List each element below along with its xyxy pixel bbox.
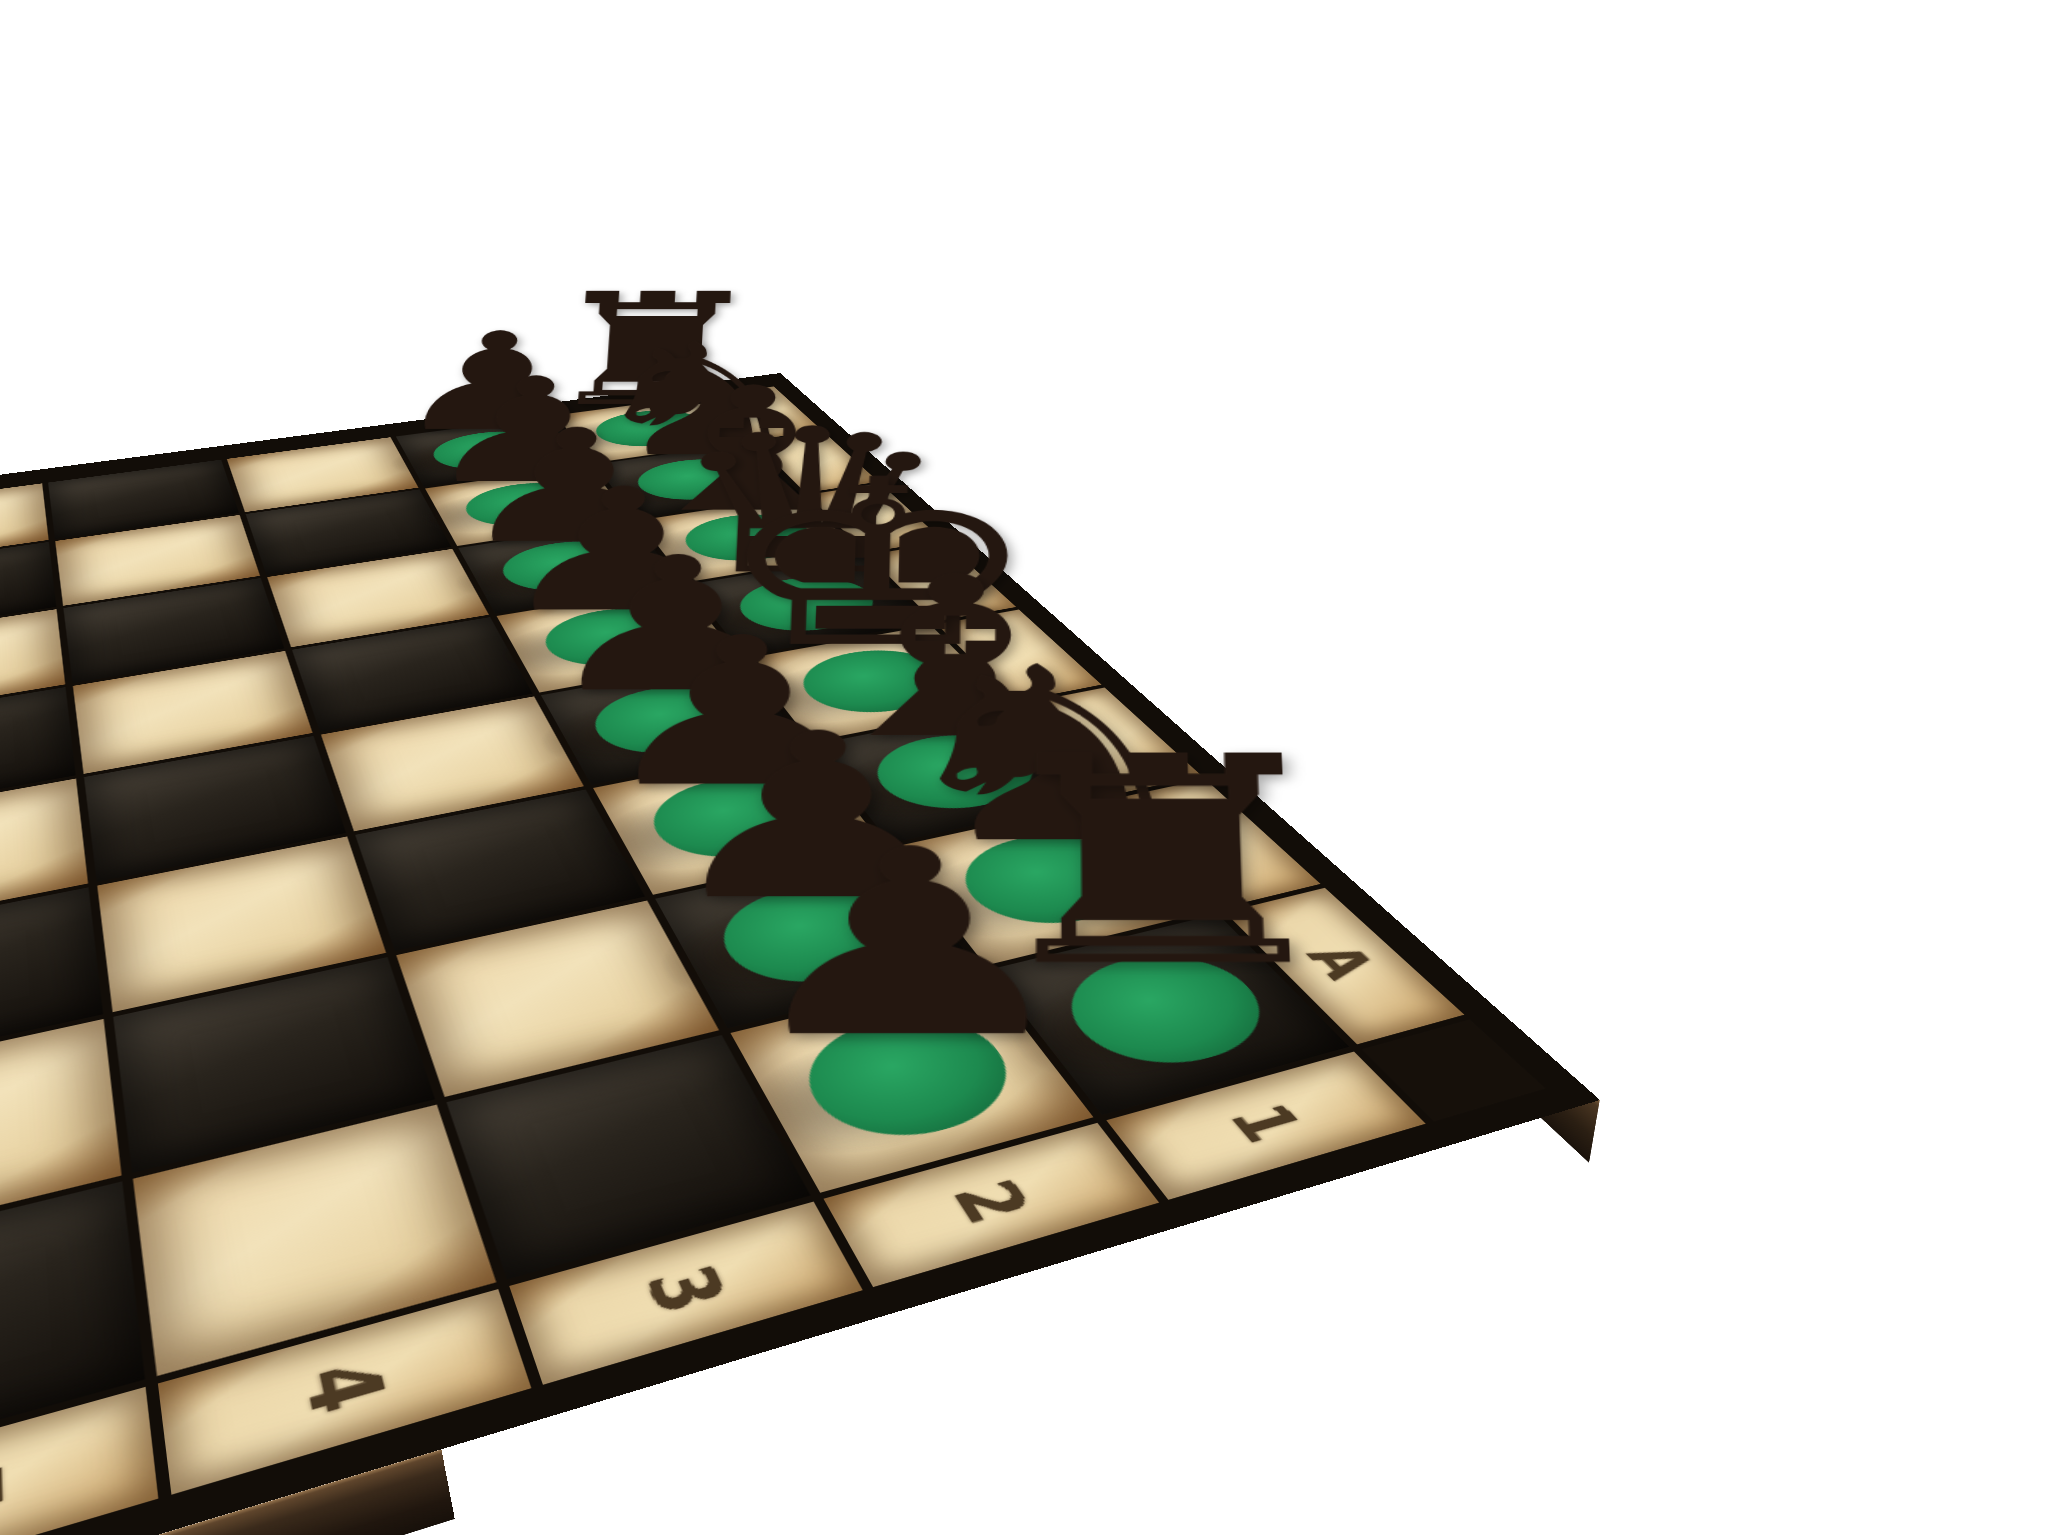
square-c4[interactable] [97,836,386,1012]
square-b5[interactable] [0,1019,122,1257]
rank-label: 2 [934,1171,1049,1232]
rank-label: 5 [0,1454,25,1535]
black-pawn-a2[interactable]: ♟ [727,816,1087,1074]
rank-label: 1 [1211,1095,1322,1150]
rank-label: 3 [626,1255,745,1323]
board-3d: ♟♜♟♞♟♝♟♛♟♚♟♝♟♞♟♜A54321 [0,373,1600,1535]
rank-label: 4 [283,1348,407,1425]
photo-scene: ♟♜♟♞♟♝♟♛♟♚♟♝♟♞♟♜A54321 [0,0,2048,1535]
